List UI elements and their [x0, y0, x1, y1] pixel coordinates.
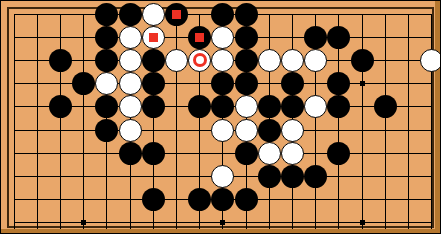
grid-line-vertical	[408, 14, 409, 229]
black-stone	[258, 119, 281, 142]
board-edge-shadow-right	[435, 1, 440, 233]
black-stone	[95, 3, 118, 26]
black-stone	[304, 26, 327, 49]
black-stone	[327, 26, 350, 49]
star-point	[81, 220, 86, 225]
black-stone	[281, 165, 304, 188]
white-stone	[304, 49, 327, 72]
black-stone	[235, 26, 258, 49]
black-stone	[211, 188, 234, 211]
black-stone	[95, 26, 118, 49]
black-stone	[374, 95, 397, 118]
white-stone	[119, 95, 142, 118]
black-stone	[72, 72, 95, 95]
white-stone	[211, 26, 234, 49]
white-stone	[119, 72, 142, 95]
white-stone	[95, 72, 118, 95]
black-stone	[235, 72, 258, 95]
black-stone	[281, 72, 304, 95]
grid-line-vertical	[37, 14, 38, 229]
black-stone	[142, 142, 165, 165]
black-stone	[49, 49, 72, 72]
white-stone	[211, 49, 234, 72]
black-stone	[327, 95, 350, 118]
white-stone	[142, 26, 165, 49]
grid-line-horizontal	[14, 153, 432, 154]
black-stone	[211, 3, 234, 26]
white-stone	[281, 142, 304, 165]
black-stone	[281, 95, 304, 118]
grid-line-vertical	[83, 14, 84, 229]
board-edge-shadow-bottom	[1, 229, 440, 233]
grid-line-vertical	[60, 14, 61, 229]
black-stone	[235, 188, 258, 211]
star-point	[360, 220, 365, 225]
black-stone	[142, 188, 165, 211]
white-stone	[281, 119, 304, 142]
black-stone	[95, 49, 118, 72]
white-stone	[211, 165, 234, 188]
star-point	[360, 81, 365, 86]
black-stone	[95, 119, 118, 142]
white-stone	[119, 26, 142, 49]
grid-line-vertical	[362, 14, 363, 229]
black-stone	[258, 165, 281, 188]
red-square-mark-icon	[195, 33, 204, 42]
white-stone	[304, 95, 327, 118]
black-stone	[188, 26, 211, 49]
grid-line-vertical	[14, 14, 15, 229]
white-stone	[119, 119, 142, 142]
black-stone	[142, 95, 165, 118]
black-stone	[235, 3, 258, 26]
black-stone	[142, 49, 165, 72]
black-stone	[95, 95, 118, 118]
white-stone	[258, 49, 281, 72]
white-stone	[211, 119, 234, 142]
go-board-diagram	[0, 0, 441, 234]
black-stone	[211, 95, 234, 118]
red-circle-mark-icon	[193, 53, 207, 67]
grid-line-vertical	[385, 14, 386, 229]
black-stone	[188, 188, 211, 211]
black-stone	[235, 142, 258, 165]
white-stone	[119, 49, 142, 72]
black-stone	[49, 95, 72, 118]
black-stone	[142, 72, 165, 95]
black-stone	[351, 49, 374, 72]
white-stone	[165, 49, 188, 72]
red-square-mark-icon	[149, 33, 158, 42]
star-point	[220, 220, 225, 225]
white-stone	[235, 95, 258, 118]
grid-line-vertical	[431, 14, 432, 229]
white-stone	[235, 119, 258, 142]
black-stone	[119, 142, 142, 165]
black-stone	[165, 3, 188, 26]
black-stone	[258, 95, 281, 118]
white-stone	[281, 49, 304, 72]
white-stone	[188, 49, 211, 72]
black-stone	[188, 95, 211, 118]
black-stone	[304, 165, 327, 188]
black-stone	[327, 142, 350, 165]
white-stone	[420, 49, 441, 72]
black-stone	[327, 72, 350, 95]
black-stone	[119, 3, 142, 26]
white-stone	[258, 142, 281, 165]
black-stone	[235, 49, 258, 72]
red-square-mark-icon	[172, 10, 181, 19]
white-stone	[142, 3, 165, 26]
black-stone	[211, 72, 234, 95]
grid-line-vertical	[176, 14, 177, 229]
